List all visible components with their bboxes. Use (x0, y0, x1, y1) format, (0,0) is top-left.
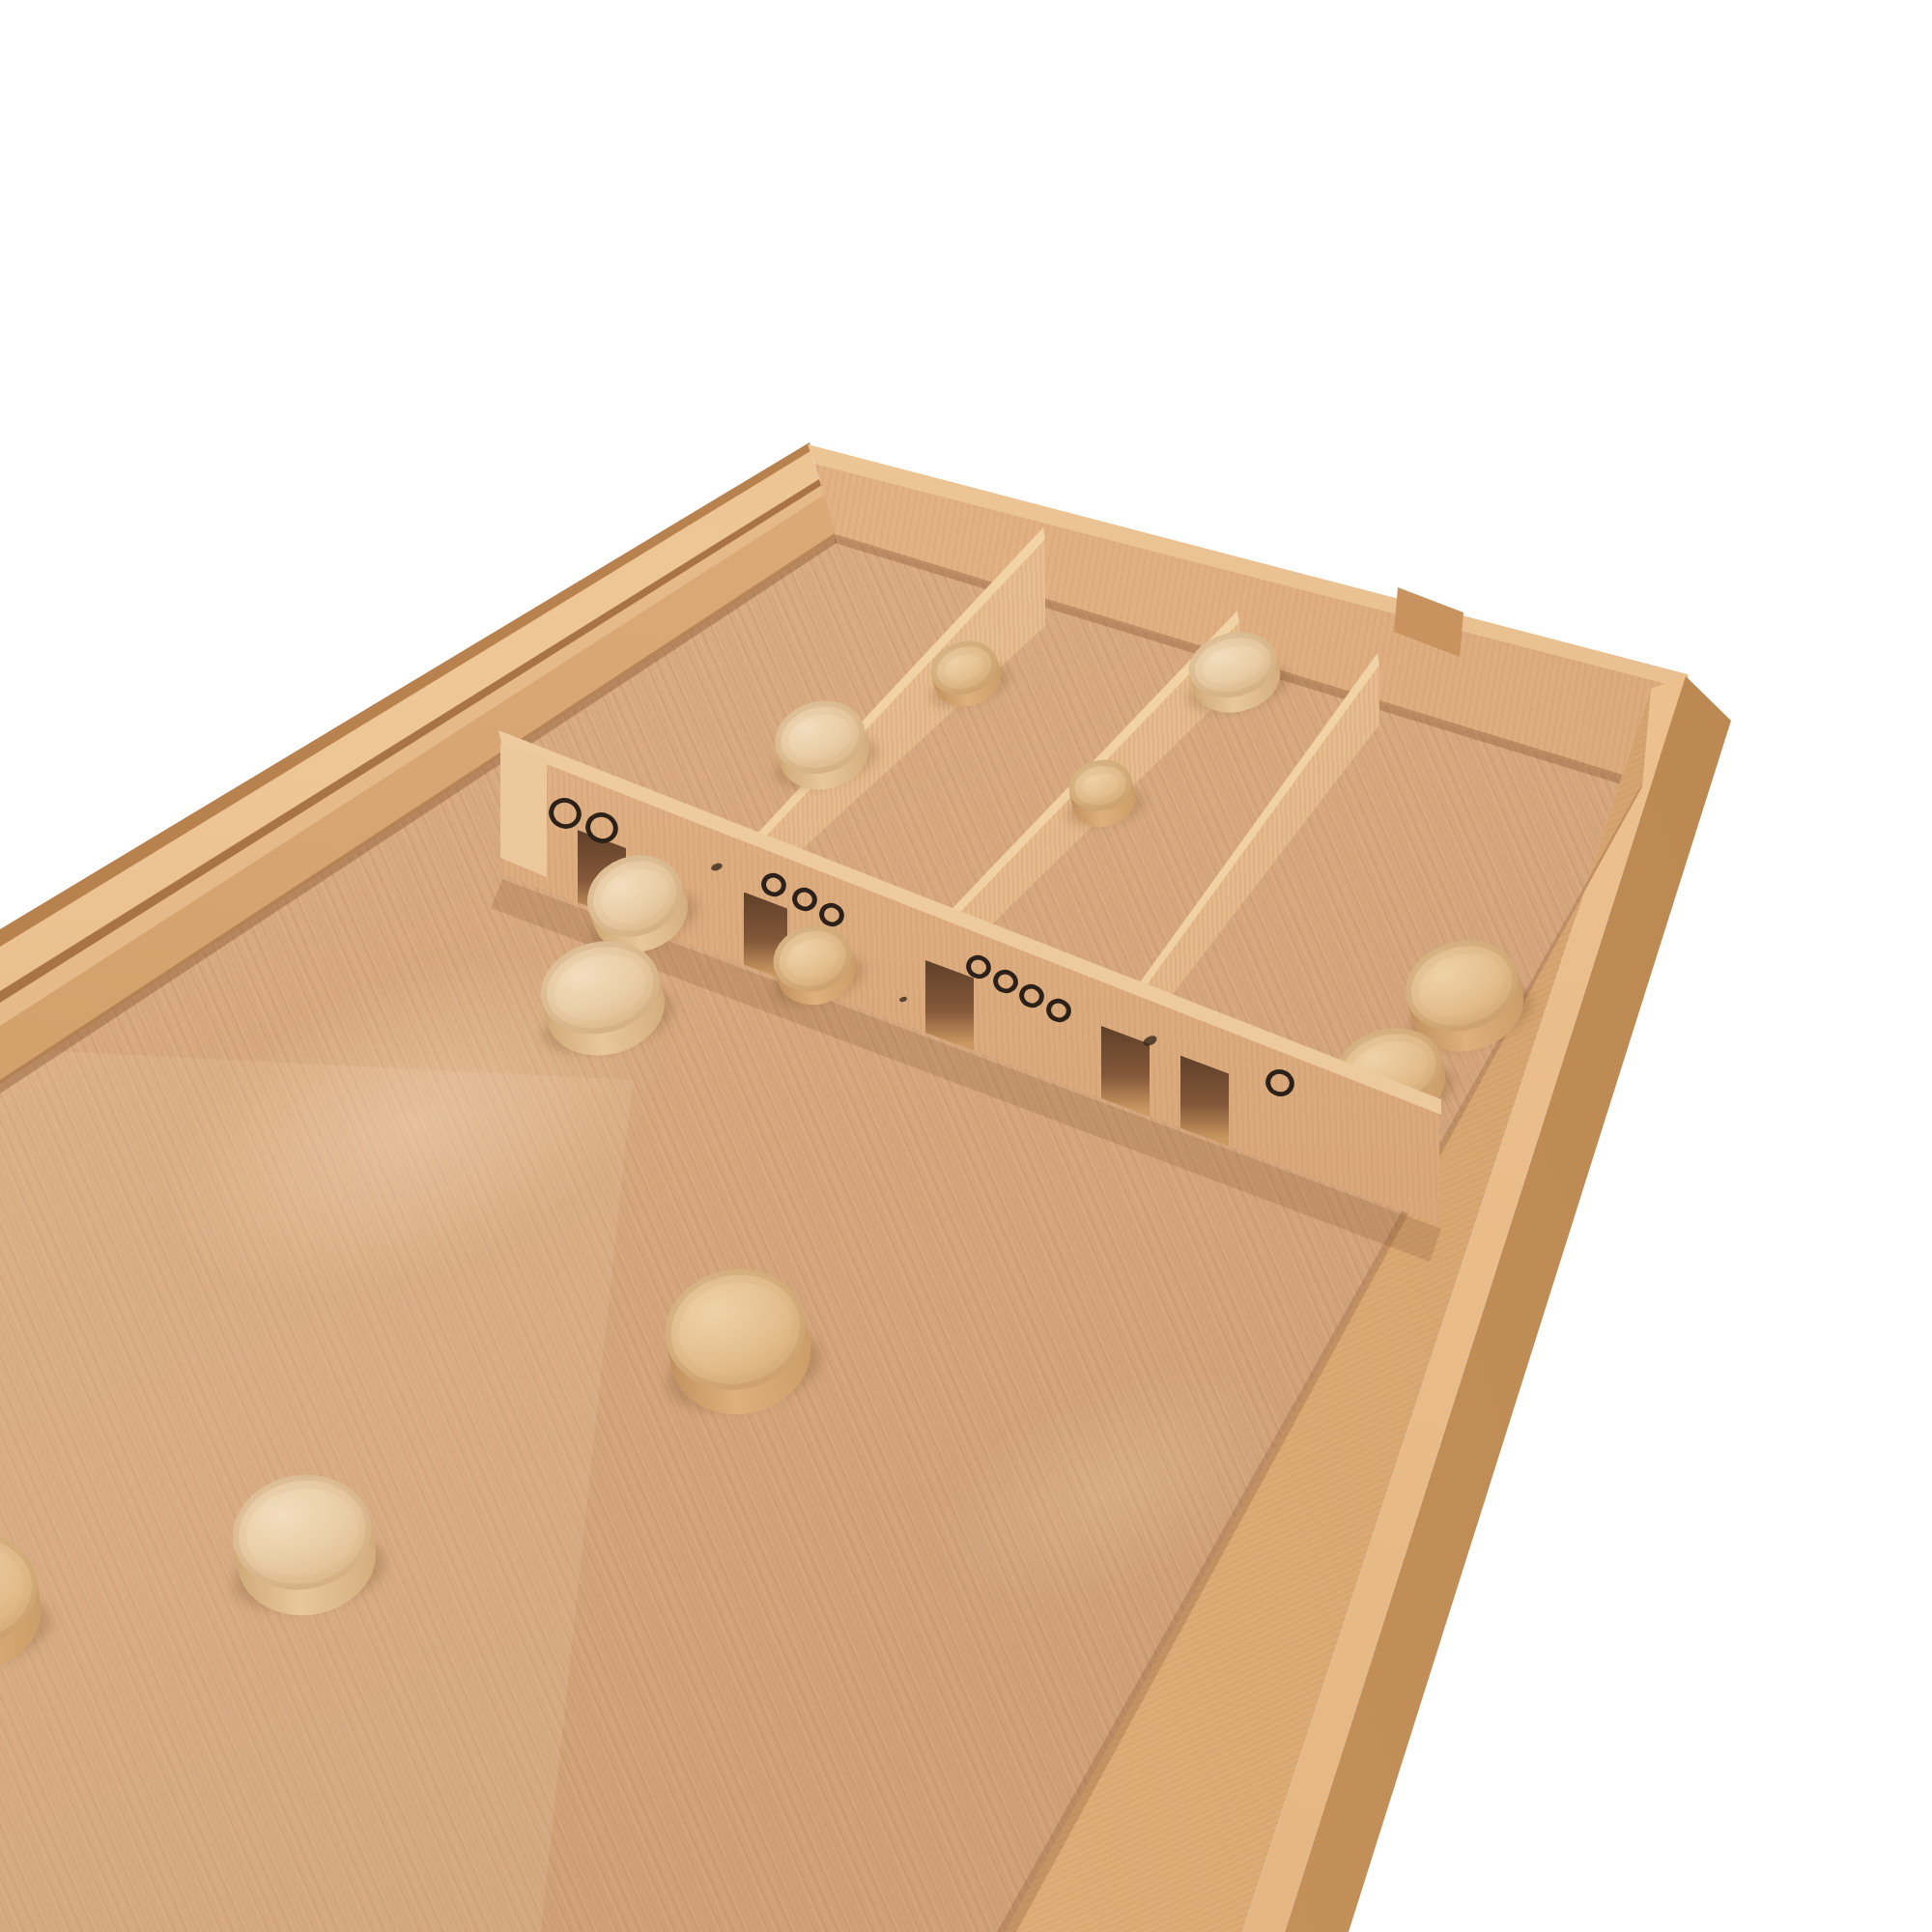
wood-knot (898, 995, 907, 1002)
gate-arch-opening (925, 960, 974, 1051)
gate-score-dot-3 (757, 869, 789, 900)
left-rail-outer-lip (0, 0, 1932, 1932)
gate-score-dot-4 (1042, 995, 1074, 1026)
puck-L3a[interactable] (1181, 623, 1287, 722)
sjoelbak-board-photo (0, 0, 1932, 1932)
puck-P3[interactable] (224, 1464, 385, 1627)
puck-P4[interactable] (0, 1522, 48, 1682)
board-leg-block (0, 0, 1932, 1932)
gate-bar-floor-shadow (0, 0, 1932, 1932)
gate-score-dot-3 (788, 884, 820, 915)
back-wall-top-edge (0, 0, 1932, 1932)
gate-score-dot-1 (1262, 1065, 1298, 1101)
divider-1-top-edge (0, 0, 1932, 1932)
right-rail-inner-face (0, 0, 1932, 1932)
puck-L4b[interactable] (1328, 1017, 1454, 1135)
gate-score-dot-4 (1015, 980, 1047, 1011)
wood-knot (710, 862, 724, 872)
divider-1-face (0, 0, 1932, 1932)
board-floor (0, 0, 1932, 1932)
floor-sheen-highlight (805, 1245, 1417, 1730)
divider-2-top-edge (0, 0, 1932, 1932)
divider-2-face (0, 0, 1932, 1932)
gate-arch-opening (1180, 1056, 1229, 1147)
gate-score-dot-2 (544, 793, 585, 834)
gate-score-dot-2 (581, 808, 622, 848)
left-rail-top-molding (0, 0, 1932, 1932)
back-wall-floor-shadow (0, 0, 1932, 1932)
gate-bar-end-face (0, 0, 1932, 1932)
puck-L1b[interactable] (923, 633, 1008, 715)
puck-PG2[interactable] (765, 916, 863, 1013)
wood-knot (1141, 1034, 1157, 1047)
board-floor-tonal-patch (0, 0, 1932, 1932)
left-rail-floor-shadow (0, 0, 1932, 1932)
puck-P2[interactable] (654, 1256, 822, 1427)
right-rail-floor-shadow (0, 0, 1932, 1932)
gate-score-dot-4 (989, 966, 1021, 997)
puck-L2a[interactable] (1065, 754, 1141, 833)
left-rail-groove (0, 0, 1932, 1932)
left-rail-inner-face (0, 0, 1932, 1932)
right-rail-top-edge (0, 0, 1932, 1932)
puck-L1a[interactable] (767, 691, 877, 799)
divider-3-face (0, 0, 1932, 1932)
right-rail-outer-face (0, 0, 1932, 1932)
gate-bar-face (0, 0, 1932, 1932)
divider-3-top-edge (0, 0, 1932, 1932)
gate-score-dot-4 (962, 952, 994, 982)
gate-bar-top-edge (0, 0, 1932, 1932)
puck-P1[interactable] (531, 929, 675, 1068)
back-wall-inner-face (0, 0, 1932, 1932)
left-rail-bead (0, 0, 1932, 1932)
gate-arch-opening (1101, 1026, 1150, 1117)
board-floor-grain (0, 0, 1932, 1932)
